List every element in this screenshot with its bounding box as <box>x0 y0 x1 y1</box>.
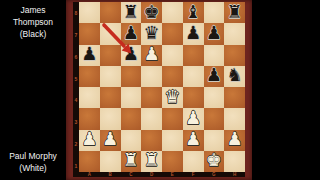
square-c1[interactable]: ♜ <box>121 151 142 172</box>
square-d8[interactable]: ♚ <box>141 2 162 23</box>
black-player-color: (Black) <box>0 28 66 40</box>
square-c5[interactable] <box>121 66 142 87</box>
square-e1[interactable] <box>162 151 183 172</box>
square-e6[interactable] <box>162 45 183 66</box>
square-f5[interactable] <box>183 66 204 87</box>
square-d1[interactable]: ♜ <box>141 151 162 172</box>
square-a6[interactable]: ♟ <box>79 45 100 66</box>
square-h5[interactable]: ♞ <box>224 66 245 87</box>
square-g8[interactable] <box>204 2 225 23</box>
square-a2[interactable]: ♟ <box>79 130 100 151</box>
piece-white-pawn: ♟ <box>227 130 243 148</box>
square-a7[interactable] <box>79 23 100 44</box>
square-f3[interactable]: ♟ <box>183 108 204 129</box>
square-h7[interactable] <box>224 23 245 44</box>
piece-white-pawn: ♟ <box>81 130 97 148</box>
square-a8[interactable] <box>79 2 100 23</box>
piece-black-bishop: ♝ <box>185 3 201 21</box>
square-f6[interactable] <box>183 45 204 66</box>
square-f7[interactable]: ♟ <box>183 23 204 44</box>
square-a1[interactable] <box>79 151 100 172</box>
square-c2[interactable] <box>121 130 142 151</box>
square-f1[interactable] <box>183 151 204 172</box>
square-d2[interactable] <box>141 130 162 151</box>
file-coordinates: ABCDEFGH <box>79 172 245 177</box>
square-e8[interactable] <box>162 2 183 23</box>
piece-white-pawn: ♟ <box>102 130 118 148</box>
piece-black-pawn: ♟ <box>81 45 97 63</box>
square-e5[interactable] <box>162 66 183 87</box>
square-a4[interactable] <box>79 87 100 108</box>
square-h3[interactable] <box>224 108 245 129</box>
black-player-label: James Thompson (Black) <box>0 4 66 40</box>
piece-black-pawn: ♟ <box>185 24 201 42</box>
video-frame: James Thompson (Black) Paul Morphy (Whit… <box>0 0 320 180</box>
square-h8[interactable]: ♜ <box>224 2 245 23</box>
square-f2[interactable]: ♟ <box>183 130 204 151</box>
piece-black-pawn: ♟ <box>123 24 139 42</box>
piece-black-pawn: ♟ <box>206 24 222 42</box>
white-player-label: Paul Morphy (White) <box>0 150 66 174</box>
square-h2[interactable]: ♟ <box>224 130 245 151</box>
square-h4[interactable] <box>224 87 245 108</box>
file-label-f: F <box>183 172 204 177</box>
square-b3[interactable] <box>100 108 121 129</box>
piece-black-rook: ♜ <box>227 3 243 21</box>
piece-white-pawn: ♟ <box>185 130 201 148</box>
piece-black-pawn: ♟ <box>123 45 139 63</box>
square-d5[interactable] <box>141 66 162 87</box>
square-g2[interactable] <box>204 130 225 151</box>
square-a5[interactable] <box>79 66 100 87</box>
piece-black-pawn: ♟ <box>206 66 222 84</box>
square-h1[interactable] <box>224 151 245 172</box>
chess-board-frame: 87654321 ABCDEFGH ♜♚♝♜♟♛♟♟♟♟♟♟♞♛♟♟♟♟♟♜♜♚ <box>66 0 252 180</box>
white-player-name: Paul Morphy <box>0 150 66 162</box>
piece-white-rook: ♜ <box>144 151 160 169</box>
file-label-a: A <box>79 172 100 177</box>
file-label-d: D <box>141 172 162 177</box>
square-c3[interactable] <box>121 108 142 129</box>
square-c6[interactable]: ♟ <box>121 45 142 66</box>
square-b1[interactable] <box>100 151 121 172</box>
black-player-name: James Thompson <box>0 4 66 28</box>
square-a3[interactable] <box>79 108 100 129</box>
piece-white-pawn: ♟ <box>144 45 160 63</box>
square-g5[interactable]: ♟ <box>204 66 225 87</box>
square-b8[interactable] <box>100 2 121 23</box>
white-player-color: (White) <box>0 162 66 174</box>
square-e3[interactable] <box>162 108 183 129</box>
piece-white-queen: ♛ <box>164 88 180 106</box>
square-e7[interactable] <box>162 23 183 44</box>
square-g6[interactable] <box>204 45 225 66</box>
piece-black-rook: ♜ <box>123 3 139 21</box>
square-d3[interactable] <box>141 108 162 129</box>
file-label-g: G <box>204 172 225 177</box>
square-b4[interactable] <box>100 87 121 108</box>
square-g7[interactable]: ♟ <box>204 23 225 44</box>
square-b2[interactable]: ♟ <box>100 130 121 151</box>
square-h6[interactable] <box>224 45 245 66</box>
square-d7[interactable]: ♛ <box>141 23 162 44</box>
square-b5[interactable] <box>100 66 121 87</box>
square-d6[interactable]: ♟ <box>141 45 162 66</box>
file-label-b: B <box>100 172 121 177</box>
square-e4[interactable]: ♛ <box>162 87 183 108</box>
chess-board: ♜♚♝♜♟♛♟♟♟♟♟♟♞♛♟♟♟♟♟♜♜♚ <box>79 2 245 172</box>
square-f4[interactable] <box>183 87 204 108</box>
piece-white-rook: ♜ <box>123 151 139 169</box>
square-c7[interactable]: ♟ <box>121 23 142 44</box>
square-e2[interactable] <box>162 130 183 151</box>
piece-black-king: ♚ <box>144 3 160 21</box>
square-f8[interactable]: ♝ <box>183 2 204 23</box>
square-c8[interactable]: ♜ <box>121 2 142 23</box>
file-label-h: H <box>224 172 245 177</box>
piece-black-queen: ♛ <box>144 24 160 42</box>
file-label-e: E <box>162 172 183 177</box>
file-label-c: C <box>121 172 142 177</box>
square-d4[interactable] <box>141 87 162 108</box>
piece-white-king: ♚ <box>206 151 222 169</box>
square-c4[interactable] <box>121 87 142 108</box>
square-g1[interactable]: ♚ <box>204 151 225 172</box>
square-g3[interactable] <box>204 108 225 129</box>
square-b6[interactable] <box>100 45 121 66</box>
piece-white-pawn: ♟ <box>185 109 201 127</box>
piece-black-knight: ♞ <box>227 66 243 84</box>
square-g4[interactable] <box>204 87 225 108</box>
square-b7[interactable] <box>100 23 121 44</box>
